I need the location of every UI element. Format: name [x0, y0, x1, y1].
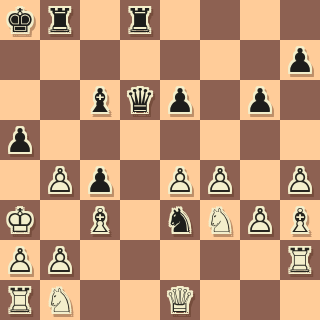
piece-glyph-outline: ♔ — [0, 200, 40, 240]
piece-glyph-outline: ♙ — [240, 200, 280, 240]
piece-bp-e6[interactable]: ♟ — [160, 80, 200, 120]
square-f8[interactable] — [200, 0, 240, 40]
piece-bp-a5[interactable]: ♟ — [0, 120, 40, 160]
square-g2[interactable] — [240, 240, 280, 280]
piece-glyph-fill: ♜ — [40, 0, 80, 40]
piece-wn-b1[interactable]: ♞♘ — [40, 280, 80, 320]
piece-wp-g3[interactable]: ♟♙ — [240, 200, 280, 240]
piece-wb-c3[interactable]: ♝♗ — [80, 200, 120, 240]
square-d7[interactable] — [120, 40, 160, 80]
square-d5[interactable] — [120, 120, 160, 160]
piece-bp-h7[interactable]: ♟ — [280, 40, 320, 80]
square-e8[interactable] — [160, 0, 200, 40]
piece-glyph-fill: ♟ — [280, 40, 320, 80]
square-b2[interactable]: ♟♙ — [40, 240, 80, 280]
piece-wp-h4[interactable]: ♟♙ — [280, 160, 320, 200]
piece-glyph-fill: ♛ — [120, 80, 160, 120]
square-g7[interactable] — [240, 40, 280, 80]
square-h5[interactable] — [280, 120, 320, 160]
piece-wr-h2[interactable]: ♜♖ — [280, 240, 320, 280]
square-e4[interactable]: ♟♙ — [160, 160, 200, 200]
piece-br-d8[interactable]: ♜ — [120, 0, 160, 40]
chess-board: ♚♜♜♟♝♛♟♟♟♟♙♟♟♙♟♙♟♙♚♔♝♗♞♞♘♟♙♝♗♟♙♟♙♜♖♜♖♞♘♛… — [0, 0, 320, 320]
square-h2[interactable]: ♜♖ — [280, 240, 320, 280]
square-g3[interactable]: ♟♙ — [240, 200, 280, 240]
square-f5[interactable] — [200, 120, 240, 160]
piece-glyph-outline: ♘ — [200, 200, 240, 240]
chess-board-wrap: ♚♜♜♟♝♛♟♟♟♟♙♟♟♙♟♙♟♙♚♔♝♗♞♞♘♟♙♝♗♟♙♟♙♜♖♜♖♞♘♛… — [0, 0, 320, 320]
square-h1[interactable] — [280, 280, 320, 320]
piece-glyph-fill: ♟ — [0, 120, 40, 160]
piece-glyph-outline: ♗ — [280, 200, 320, 240]
square-f2[interactable] — [200, 240, 240, 280]
square-b1[interactable]: ♞♘ — [40, 280, 80, 320]
piece-glyph-fill: ♟ — [80, 160, 120, 200]
square-c4[interactable]: ♟ — [80, 160, 120, 200]
square-c2[interactable] — [80, 240, 120, 280]
piece-glyph-outline: ♙ — [280, 160, 320, 200]
square-h7[interactable]: ♟ — [280, 40, 320, 80]
square-c1[interactable] — [80, 280, 120, 320]
square-h4[interactable]: ♟♙ — [280, 160, 320, 200]
piece-wp-f4[interactable]: ♟♙ — [200, 160, 240, 200]
square-c6[interactable]: ♝ — [80, 80, 120, 120]
piece-glyph-outline: ♖ — [0, 280, 40, 320]
square-d4[interactable] — [120, 160, 160, 200]
square-e5[interactable] — [160, 120, 200, 160]
piece-glyph-outline: ♙ — [200, 160, 240, 200]
square-f3[interactable]: ♞♘ — [200, 200, 240, 240]
square-g8[interactable] — [240, 0, 280, 40]
square-c3[interactable]: ♝♗ — [80, 200, 120, 240]
square-a6[interactable] — [0, 80, 40, 120]
square-e3[interactable]: ♞ — [160, 200, 200, 240]
piece-bq-d6[interactable]: ♛ — [120, 80, 160, 120]
square-a8[interactable]: ♚ — [0, 0, 40, 40]
piece-bp-g6[interactable]: ♟ — [240, 80, 280, 120]
square-b4[interactable]: ♟♙ — [40, 160, 80, 200]
piece-glyph-fill: ♚ — [0, 0, 40, 40]
piece-bb-c6[interactable]: ♝ — [80, 80, 120, 120]
square-f4[interactable]: ♟♙ — [200, 160, 240, 200]
piece-glyph-outline: ♙ — [40, 160, 80, 200]
square-d8[interactable]: ♜ — [120, 0, 160, 40]
piece-glyph-fill: ♜ — [120, 0, 160, 40]
piece-glyph-fill: ♟ — [240, 80, 280, 120]
square-e1[interactable]: ♛♕ — [160, 280, 200, 320]
square-c8[interactable] — [80, 0, 120, 40]
square-f1[interactable] — [200, 280, 240, 320]
square-a4[interactable] — [0, 160, 40, 200]
piece-glyph-fill: ♝ — [80, 80, 120, 120]
piece-br-b8[interactable]: ♜ — [40, 0, 80, 40]
square-d1[interactable] — [120, 280, 160, 320]
square-b6[interactable] — [40, 80, 80, 120]
square-f6[interactable] — [200, 80, 240, 120]
square-b5[interactable] — [40, 120, 80, 160]
piece-wq-e1[interactable]: ♛♕ — [160, 280, 200, 320]
square-e6[interactable]: ♟ — [160, 80, 200, 120]
square-d3[interactable] — [120, 200, 160, 240]
square-b8[interactable]: ♜ — [40, 0, 80, 40]
piece-wp-b4[interactable]: ♟♙ — [40, 160, 80, 200]
square-c7[interactable] — [80, 40, 120, 80]
square-h8[interactable] — [280, 0, 320, 40]
piece-wb-h3[interactable]: ♝♗ — [280, 200, 320, 240]
square-h3[interactable]: ♝♗ — [280, 200, 320, 240]
piece-glyph-outline: ♘ — [40, 280, 80, 320]
piece-glyph-fill: ♟ — [160, 80, 200, 120]
piece-bk-a8[interactable]: ♚ — [0, 0, 40, 40]
square-d2[interactable] — [120, 240, 160, 280]
piece-bp-c4[interactable]: ♟ — [80, 160, 120, 200]
square-g5[interactable] — [240, 120, 280, 160]
piece-wp-e4[interactable]: ♟♙ — [160, 160, 200, 200]
piece-glyph-fill: ♞ — [160, 200, 200, 240]
piece-glyph-outline: ♙ — [0, 240, 40, 280]
piece-glyph-outline: ♖ — [280, 240, 320, 280]
square-g1[interactable] — [240, 280, 280, 320]
square-h6[interactable] — [280, 80, 320, 120]
square-d6[interactable]: ♛ — [120, 80, 160, 120]
piece-glyph-outline: ♙ — [160, 160, 200, 200]
piece-wn-f3[interactable]: ♞♘ — [200, 200, 240, 240]
square-b7[interactable] — [40, 40, 80, 80]
square-a1[interactable]: ♜♖ — [0, 280, 40, 320]
square-e2[interactable] — [160, 240, 200, 280]
piece-glyph-outline: ♕ — [160, 280, 200, 320]
square-g6[interactable]: ♟ — [240, 80, 280, 120]
piece-wp-a2[interactable]: ♟♙ — [0, 240, 40, 280]
square-g4[interactable] — [240, 160, 280, 200]
square-a5[interactable]: ♟ — [0, 120, 40, 160]
square-b3[interactable] — [40, 200, 80, 240]
piece-bn-e3[interactable]: ♞ — [160, 200, 200, 240]
piece-wp-b2[interactable]: ♟♙ — [40, 240, 80, 280]
square-a3[interactable]: ♚♔ — [0, 200, 40, 240]
piece-wr-a1[interactable]: ♜♖ — [0, 280, 40, 320]
square-e7[interactable] — [160, 40, 200, 80]
piece-glyph-outline: ♗ — [80, 200, 120, 240]
square-c5[interactable] — [80, 120, 120, 160]
piece-glyph-outline: ♙ — [40, 240, 80, 280]
square-a7[interactable] — [0, 40, 40, 80]
square-f7[interactable] — [200, 40, 240, 80]
square-a2[interactable]: ♟♙ — [0, 240, 40, 280]
piece-wk-a3[interactable]: ♚♔ — [0, 200, 40, 240]
